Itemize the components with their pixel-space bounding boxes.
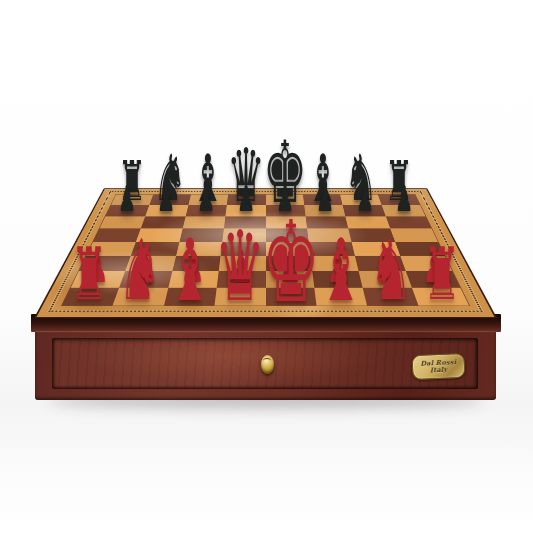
piece-black-pawn-a7[interactable]: ♟: [111, 181, 143, 217]
pawn-glyph: ♟: [395, 181, 414, 217]
piece-red-rook-h1[interactable]: ♜: [409, 239, 474, 311]
pawn-glyph: ♟: [197, 181, 216, 217]
piece-black-pawn-h7[interactable]: ♟: [388, 181, 420, 217]
pawn-glyph: ♟: [117, 181, 136, 217]
chess-set-photo: Dal Rossi Italy ♜♞♝♛♚♝♞♜♟♟♟♟♟♟♟♟♟♟♟♟♟♟♟♟…: [0, 0, 533, 533]
pieces-layer: ♜♞♝♛♚♝♞♜♟♟♟♟♟♟♟♟♟♟♟♟♟♟♟♟♜♞♝♛♚♝♞♜: [0, 0, 533, 533]
knight-glyph: ♞: [370, 229, 414, 313]
rook-glyph: ♜: [423, 239, 461, 311]
piece-black-pawn-g7[interactable]: ♟: [348, 181, 380, 217]
piece-black-pawn-b7[interactable]: ♟: [150, 181, 182, 217]
pawn-glyph: ♟: [355, 181, 374, 217]
pawn-glyph: ♟: [157, 181, 176, 217]
